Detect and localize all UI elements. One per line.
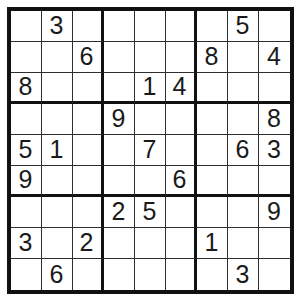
sudoku-cell[interactable]: 4 bbox=[259, 42, 290, 73]
sudoku-cell[interactable]: 8 bbox=[11, 73, 42, 104]
sudoku-cell[interactable] bbox=[42, 228, 73, 259]
sudoku-cell[interactable] bbox=[73, 104, 104, 135]
sudoku-cell[interactable] bbox=[73, 73, 104, 104]
sudoku-cell[interactable] bbox=[104, 73, 135, 104]
sudoku-cell[interactable] bbox=[11, 42, 42, 73]
sudoku-cell[interactable]: 5 bbox=[228, 11, 259, 42]
sudoku-cell[interactable]: 5 bbox=[11, 135, 42, 166]
sudoku-cell[interactable]: 9 bbox=[104, 104, 135, 135]
sudoku-cell[interactable] bbox=[11, 104, 42, 135]
sudoku-cell[interactable] bbox=[42, 42, 73, 73]
sudoku-cell[interactable] bbox=[228, 197, 259, 228]
sudoku-cell[interactable]: 1 bbox=[135, 73, 166, 104]
sudoku-cell[interactable] bbox=[73, 166, 104, 197]
sudoku-cell[interactable] bbox=[259, 228, 290, 259]
sudoku-cell[interactable] bbox=[73, 135, 104, 166]
sudoku-cell[interactable] bbox=[73, 197, 104, 228]
sudoku-cell[interactable] bbox=[135, 11, 166, 42]
sudoku-cell[interactable] bbox=[166, 259, 197, 290]
sudoku-cell[interactable] bbox=[135, 42, 166, 73]
sudoku-cell[interactable] bbox=[166, 104, 197, 135]
sudoku-cell[interactable] bbox=[166, 11, 197, 42]
sudoku-board: 3568481498517639625932163 bbox=[7, 7, 294, 294]
sudoku-cell[interactable] bbox=[104, 135, 135, 166]
sudoku-cell[interactable]: 6 bbox=[42, 259, 73, 290]
sudoku-cell[interactable] bbox=[166, 197, 197, 228]
sudoku-cell[interactable]: 9 bbox=[259, 197, 290, 228]
sudoku-cell[interactable]: 4 bbox=[166, 73, 197, 104]
sudoku-cell[interactable] bbox=[42, 73, 73, 104]
sudoku-cell[interactable]: 3 bbox=[228, 259, 259, 290]
sudoku-cell[interactable] bbox=[135, 104, 166, 135]
sudoku-cell[interactable] bbox=[228, 73, 259, 104]
sudoku-cell[interactable] bbox=[11, 259, 42, 290]
sudoku-cell[interactable] bbox=[166, 135, 197, 166]
sudoku-cell[interactable] bbox=[197, 166, 228, 197]
sudoku-cell[interactable]: 8 bbox=[259, 104, 290, 135]
sudoku-cell[interactable]: 5 bbox=[135, 197, 166, 228]
sudoku-cell[interactable]: 6 bbox=[228, 135, 259, 166]
sudoku-cell[interactable] bbox=[197, 259, 228, 290]
sudoku-cell[interactable] bbox=[197, 11, 228, 42]
sudoku-cell[interactable] bbox=[259, 11, 290, 42]
sudoku-cell[interactable]: 9 bbox=[11, 166, 42, 197]
sudoku-cell[interactable] bbox=[166, 228, 197, 259]
sudoku-cell[interactable] bbox=[104, 166, 135, 197]
sudoku-cell[interactable]: 3 bbox=[11, 228, 42, 259]
sudoku-cell[interactable] bbox=[42, 166, 73, 197]
sudoku-cell[interactable] bbox=[259, 166, 290, 197]
sudoku-cell[interactable] bbox=[228, 104, 259, 135]
sudoku-cell[interactable]: 6 bbox=[166, 166, 197, 197]
sudoku-cell[interactable] bbox=[135, 259, 166, 290]
sudoku-cell[interactable] bbox=[104, 228, 135, 259]
sudoku-cell[interactable] bbox=[228, 166, 259, 197]
sudoku-cell[interactable] bbox=[197, 73, 228, 104]
sudoku-cell[interactable] bbox=[42, 104, 73, 135]
sudoku-cell[interactable] bbox=[73, 11, 104, 42]
sudoku-cell[interactable] bbox=[197, 135, 228, 166]
sudoku-cell[interactable] bbox=[228, 42, 259, 73]
sudoku-cell[interactable] bbox=[197, 104, 228, 135]
sudoku-cell[interactable] bbox=[135, 228, 166, 259]
sudoku-cell[interactable] bbox=[166, 42, 197, 73]
sudoku-cell[interactable] bbox=[104, 11, 135, 42]
sudoku-page: 3568481498517639625932163 bbox=[0, 0, 300, 300]
sudoku-cell[interactable] bbox=[104, 259, 135, 290]
sudoku-cell[interactable]: 3 bbox=[259, 135, 290, 166]
sudoku-cell[interactable] bbox=[104, 42, 135, 73]
sudoku-cell[interactable]: 3 bbox=[42, 11, 73, 42]
sudoku-cell[interactable] bbox=[259, 259, 290, 290]
sudoku-cell[interactable]: 2 bbox=[73, 228, 104, 259]
sudoku-cell[interactable] bbox=[42, 197, 73, 228]
sudoku-cell[interactable] bbox=[197, 197, 228, 228]
sudoku-cell[interactable] bbox=[11, 11, 42, 42]
sudoku-cell[interactable]: 6 bbox=[73, 42, 104, 73]
sudoku-cell[interactable] bbox=[135, 166, 166, 197]
sudoku-cell[interactable] bbox=[73, 259, 104, 290]
sudoku-cell[interactable]: 2 bbox=[104, 197, 135, 228]
sudoku-cell[interactable]: 7 bbox=[135, 135, 166, 166]
sudoku-cell[interactable] bbox=[259, 73, 290, 104]
sudoku-cell[interactable]: 1 bbox=[42, 135, 73, 166]
sudoku-cell[interactable] bbox=[228, 228, 259, 259]
sudoku-cell[interactable] bbox=[11, 197, 42, 228]
sudoku-cell[interactable]: 8 bbox=[197, 42, 228, 73]
sudoku-cell[interactable]: 1 bbox=[197, 228, 228, 259]
